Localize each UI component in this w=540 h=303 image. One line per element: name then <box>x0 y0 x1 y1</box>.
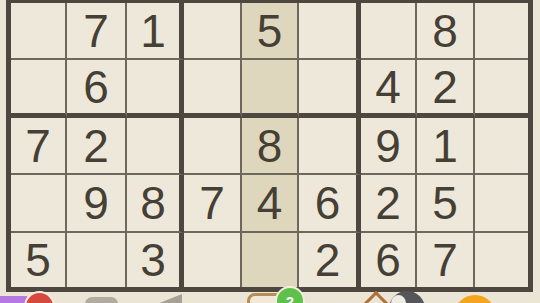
cell-r2-c2[interactable]: 6 <box>67 60 127 118</box>
cell-r1-c9[interactable] <box>475 3 528 60</box>
cell-r1-c6[interactable] <box>299 3 361 60</box>
dark-circle-icon[interactable] <box>389 291 425 303</box>
sudoku-app-page: 715864272891987462553267 2 <box>0 0 540 303</box>
cell-r4-c5[interactable]: 4 <box>242 175 299 233</box>
cell-r3-c8[interactable]: 1 <box>417 118 475 175</box>
pencil-wedge-icon[interactable] <box>152 294 182 303</box>
cell-r4-c3[interactable]: 8 <box>127 175 184 233</box>
cell-r1-c8[interactable]: 8 <box>417 3 475 60</box>
bottom-toolbar: 2 <box>0 292 540 303</box>
cell-r2-c3[interactable] <box>127 60 184 118</box>
cell-r5-c1[interactable]: 5 <box>11 233 67 287</box>
sudoku-board: 715864272891987462553267 <box>6 0 533 292</box>
cell-r1-c7[interactable] <box>361 3 417 60</box>
cell-r2-c8[interactable]: 2 <box>417 60 475 118</box>
cell-r2-c7[interactable]: 4 <box>361 60 417 118</box>
cell-r3-c7[interactable]: 9 <box>361 118 417 175</box>
cell-r2-c9[interactable] <box>475 60 528 118</box>
gray-rounded-icon[interactable] <box>85 297 118 303</box>
cell-r5-c7[interactable]: 6 <box>361 233 417 287</box>
cell-r3-c6[interactable] <box>299 118 361 175</box>
cell-r1-c5[interactable]: 5 <box>242 3 299 60</box>
cell-r5-c3[interactable]: 3 <box>127 233 184 287</box>
cell-r5-c4[interactable] <box>184 233 242 287</box>
cell-r5-c5[interactable] <box>242 233 299 287</box>
cell-r5-c8[interactable]: 7 <box>417 233 475 287</box>
cell-r4-c6[interactable]: 6 <box>299 175 361 233</box>
cell-r2-c5[interactable] <box>242 60 299 118</box>
cell-r3-c9[interactable] <box>475 118 528 175</box>
cell-r3-c1[interactable]: 7 <box>11 118 67 175</box>
cell-r5-c2[interactable] <box>67 233 127 287</box>
cell-r4-c8[interactable]: 5 <box>417 175 475 233</box>
cell-r1-c2[interactable]: 7 <box>67 3 127 60</box>
cell-r3-c5[interactable]: 8 <box>242 118 299 175</box>
cell-r4-c2[interactable]: 9 <box>67 175 127 233</box>
cell-r1-c1[interactable] <box>11 3 67 60</box>
icon-glare <box>391 295 406 303</box>
cell-r5-c9[interactable] <box>475 233 528 287</box>
cell-r4-c1[interactable] <box>11 175 67 233</box>
red-circle-icon[interactable] <box>26 293 53 303</box>
cell-r4-c9[interactable] <box>475 175 528 233</box>
cell-r4-c4[interactable]: 7 <box>184 175 242 233</box>
cell-r4-c7[interactable]: 2 <box>361 175 417 233</box>
cell-r3-c4[interactable] <box>184 118 242 175</box>
cell-r1-c3[interactable]: 1 <box>127 3 184 60</box>
cell-r3-c3[interactable] <box>127 118 184 175</box>
cell-r3-c2[interactable]: 2 <box>67 118 127 175</box>
roof-arrow-icon[interactable] <box>362 291 390 303</box>
cell-r2-c1[interactable] <box>11 60 67 118</box>
cell-r5-c6[interactable]: 2 <box>299 233 361 287</box>
cell-r1-c4[interactable] <box>184 3 242 60</box>
cell-r2-c6[interactable] <box>299 60 361 118</box>
cell-r2-c4[interactable] <box>184 60 242 118</box>
orange-circle-icon[interactable] <box>454 295 496 303</box>
